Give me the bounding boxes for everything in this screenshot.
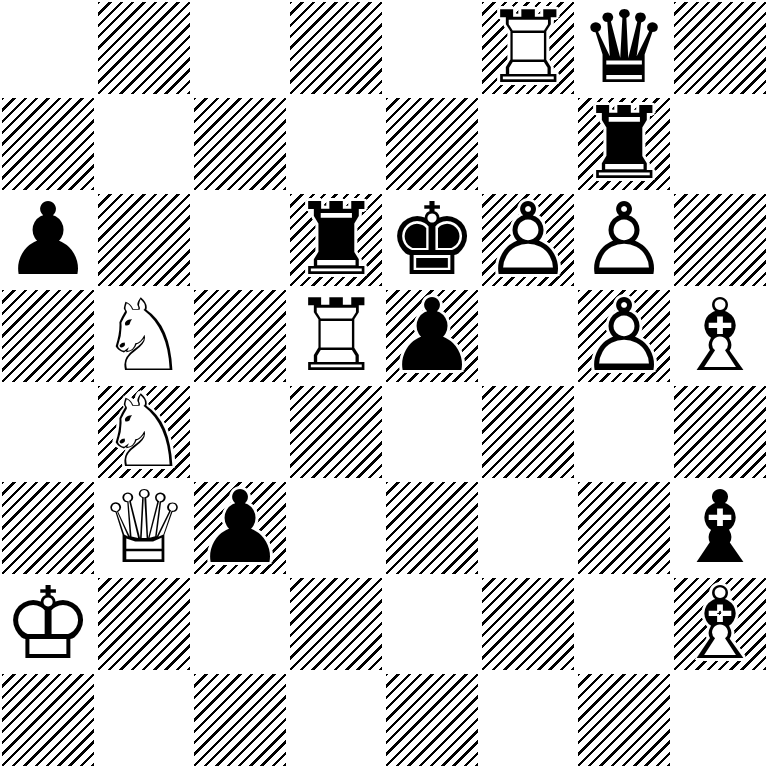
square-d8[interactable] bbox=[288, 0, 384, 96]
square-f7[interactable] bbox=[480, 96, 576, 192]
piece-halo: ♟ bbox=[384, 288, 480, 384]
square-d6[interactable]: ♜♜ bbox=[288, 192, 384, 288]
square-e1[interactable] bbox=[384, 672, 480, 768]
chess-board: ♜♖♛♛♜♜♟♟♜♜♚♚♟♙♟♙♞♘♜♖♟♟♟♙♝♗♞♘♛♕♟♟♝♝♚♔♝♗ bbox=[0, 0, 768, 768]
square-d4[interactable] bbox=[288, 384, 384, 480]
black-queen-icon: ♛ bbox=[576, 0, 672, 96]
black-pawn-icon: ♟ bbox=[192, 480, 288, 576]
piece-halo: ♞ bbox=[96, 384, 192, 480]
black-bishop-icon: ♝ bbox=[672, 480, 768, 576]
square-f4[interactable] bbox=[480, 384, 576, 480]
square-b3[interactable]: ♛♕ bbox=[96, 480, 192, 576]
square-f3[interactable] bbox=[480, 480, 576, 576]
square-c7[interactable] bbox=[192, 96, 288, 192]
square-d2[interactable] bbox=[288, 576, 384, 672]
square-f6[interactable]: ♟♙ bbox=[480, 192, 576, 288]
square-g3[interactable] bbox=[576, 480, 672, 576]
square-h4[interactable] bbox=[672, 384, 768, 480]
black-king-icon: ♚ bbox=[384, 192, 480, 288]
square-c4[interactable] bbox=[192, 384, 288, 480]
black-rook-icon: ♜ bbox=[288, 192, 384, 288]
square-f2[interactable] bbox=[480, 576, 576, 672]
square-d7[interactable] bbox=[288, 96, 384, 192]
piece-halo: ♟ bbox=[480, 192, 576, 288]
square-d3[interactable] bbox=[288, 480, 384, 576]
white-king-icon: ♔ bbox=[0, 576, 96, 672]
piece-halo: ♟ bbox=[576, 192, 672, 288]
square-e4[interactable] bbox=[384, 384, 480, 480]
square-e8[interactable] bbox=[384, 0, 480, 96]
square-a5[interactable] bbox=[0, 288, 96, 384]
square-a7[interactable] bbox=[0, 96, 96, 192]
piece-halo: ♜ bbox=[288, 288, 384, 384]
piece-halo: ♝ bbox=[672, 576, 768, 672]
square-a3[interactable] bbox=[0, 480, 96, 576]
square-g7[interactable]: ♜♜ bbox=[576, 96, 672, 192]
white-bishop-icon: ♗ bbox=[672, 576, 768, 672]
square-c5[interactable] bbox=[192, 288, 288, 384]
white-bishop-icon: ♗ bbox=[672, 288, 768, 384]
square-c6[interactable] bbox=[192, 192, 288, 288]
piece-halo: ♚ bbox=[0, 576, 96, 672]
piece-halo: ♞ bbox=[96, 288, 192, 384]
white-rook-icon: ♖ bbox=[480, 0, 576, 96]
square-b2[interactable] bbox=[96, 576, 192, 672]
white-knight-icon: ♘ bbox=[96, 384, 192, 480]
square-g1[interactable] bbox=[576, 672, 672, 768]
piece-halo: ♟ bbox=[192, 480, 288, 576]
white-pawn-icon: ♙ bbox=[576, 288, 672, 384]
black-pawn-icon: ♟ bbox=[0, 192, 96, 288]
square-h6[interactable] bbox=[672, 192, 768, 288]
square-c8[interactable] bbox=[192, 0, 288, 96]
square-c2[interactable] bbox=[192, 576, 288, 672]
square-h7[interactable] bbox=[672, 96, 768, 192]
square-b5[interactable]: ♞♘ bbox=[96, 288, 192, 384]
piece-halo: ♟ bbox=[576, 288, 672, 384]
white-knight-icon: ♘ bbox=[96, 288, 192, 384]
square-e2[interactable] bbox=[384, 576, 480, 672]
square-g4[interactable] bbox=[576, 384, 672, 480]
white-rook-icon: ♖ bbox=[288, 288, 384, 384]
square-h5[interactable]: ♝♗ bbox=[672, 288, 768, 384]
square-g2[interactable] bbox=[576, 576, 672, 672]
white-queen-icon: ♕ bbox=[96, 480, 192, 576]
piece-halo: ♜ bbox=[288, 192, 384, 288]
square-b8[interactable] bbox=[96, 0, 192, 96]
square-h2[interactable]: ♝♗ bbox=[672, 576, 768, 672]
white-pawn-icon: ♙ bbox=[480, 192, 576, 288]
square-g8[interactable]: ♛♛ bbox=[576, 0, 672, 96]
square-b4[interactable]: ♞♘ bbox=[96, 384, 192, 480]
piece-halo: ♝ bbox=[672, 288, 768, 384]
piece-halo: ♟ bbox=[0, 192, 96, 288]
square-a1[interactable] bbox=[0, 672, 96, 768]
square-a8[interactable] bbox=[0, 0, 96, 96]
square-e5[interactable]: ♟♟ bbox=[384, 288, 480, 384]
piece-halo: ♛ bbox=[96, 480, 192, 576]
square-a6[interactable]: ♟♟ bbox=[0, 192, 96, 288]
black-pawn-icon: ♟ bbox=[384, 288, 480, 384]
square-f1[interactable] bbox=[480, 672, 576, 768]
square-f5[interactable] bbox=[480, 288, 576, 384]
white-pawn-icon: ♙ bbox=[576, 192, 672, 288]
square-f8[interactable]: ♜♖ bbox=[480, 0, 576, 96]
black-rook-icon: ♜ bbox=[576, 96, 672, 192]
square-c1[interactable] bbox=[192, 672, 288, 768]
square-h1[interactable] bbox=[672, 672, 768, 768]
square-c3[interactable]: ♟♟ bbox=[192, 480, 288, 576]
square-g6[interactable]: ♟♙ bbox=[576, 192, 672, 288]
square-e7[interactable] bbox=[384, 96, 480, 192]
square-a2[interactable]: ♚♔ bbox=[0, 576, 96, 672]
piece-halo: ♛ bbox=[576, 0, 672, 96]
square-h8[interactable] bbox=[672, 0, 768, 96]
square-b7[interactable] bbox=[96, 96, 192, 192]
square-a4[interactable] bbox=[0, 384, 96, 480]
square-b1[interactable] bbox=[96, 672, 192, 768]
square-h3[interactable]: ♝♝ bbox=[672, 480, 768, 576]
square-d5[interactable]: ♜♖ bbox=[288, 288, 384, 384]
square-e6[interactable]: ♚♚ bbox=[384, 192, 480, 288]
piece-halo: ♜ bbox=[480, 0, 576, 96]
piece-halo: ♝ bbox=[672, 480, 768, 576]
square-d1[interactable] bbox=[288, 672, 384, 768]
square-g5[interactable]: ♟♙ bbox=[576, 288, 672, 384]
square-b6[interactable] bbox=[96, 192, 192, 288]
piece-halo: ♜ bbox=[576, 96, 672, 192]
piece-halo: ♚ bbox=[384, 192, 480, 288]
square-e3[interactable] bbox=[384, 480, 480, 576]
